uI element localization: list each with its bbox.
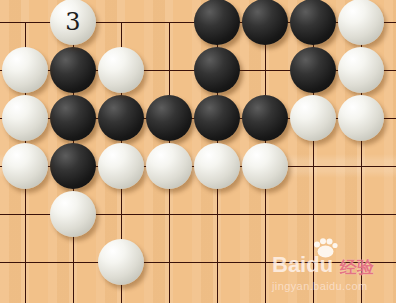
- baidu-logo-text: Baidu: [272, 252, 333, 278]
- white-stone: [98, 239, 144, 285]
- black-stone: [194, 95, 240, 141]
- jingyan-text: 经验: [340, 256, 374, 279]
- white-stone: [98, 47, 144, 93]
- white-stone: [2, 47, 48, 93]
- black-stone: [242, 95, 288, 141]
- white-stone: [338, 0, 384, 45]
- white-stone: [338, 47, 384, 93]
- white-stone: [338, 95, 384, 141]
- white-stone: [194, 143, 240, 189]
- white-stone: [50, 191, 96, 237]
- baidu-watermark: Baidu 经验 jingyan.baidu.com: [270, 238, 396, 298]
- black-stone: [50, 95, 96, 141]
- go-board[interactable]: 3 Baidu 经验 jingyan.baidu.com: [0, 0, 396, 303]
- watermark-url: jingyan.baidu.com: [272, 280, 367, 292]
- move-number-label: 3: [50, 0, 96, 45]
- white-stone: [2, 95, 48, 141]
- black-stone: [242, 0, 288, 45]
- black-stone: [50, 143, 96, 189]
- white-stone: [242, 143, 288, 189]
- white-stone: [290, 95, 336, 141]
- white-stone: [146, 143, 192, 189]
- white-stone: [98, 143, 144, 189]
- black-stone: [146, 95, 192, 141]
- black-stone: [290, 47, 336, 93]
- white-stone: [2, 143, 48, 189]
- black-stone: [194, 0, 240, 45]
- black-stone: [194, 47, 240, 93]
- black-stone: [50, 47, 96, 93]
- black-stone: [98, 95, 144, 141]
- black-stone: [290, 0, 336, 45]
